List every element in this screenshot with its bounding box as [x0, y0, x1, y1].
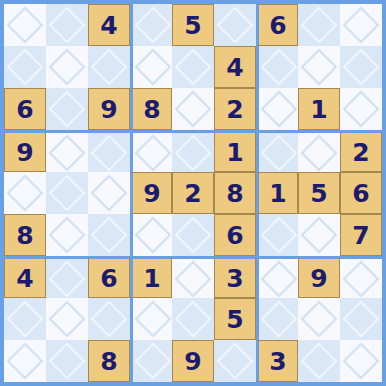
given-digit: 9 — [143, 181, 160, 206]
cell-r5c1[interactable] — [4, 172, 46, 214]
diamond-icon — [91, 217, 128, 254]
given-digit: 3 — [226, 266, 243, 291]
diamond-icon — [7, 49, 44, 86]
given-digit: 6 — [352, 181, 369, 206]
cell-r7c9[interactable] — [340, 256, 382, 298]
cell-r8c9[interactable] — [340, 298, 382, 340]
given-digit: 1 — [226, 140, 243, 165]
cell-r1c7: 6 — [256, 4, 298, 46]
cell-r9c8[interactable] — [298, 340, 340, 382]
cell-r3c4: 8 — [130, 88, 172, 130]
cell-r7c8: 9 — [298, 256, 340, 298]
diamond-icon — [301, 49, 338, 86]
cell-r6c7[interactable] — [256, 214, 298, 256]
diamond-icon — [175, 49, 212, 86]
cell-r6c2[interactable] — [46, 214, 88, 256]
diamond-icon — [343, 343, 380, 380]
diamond-icon — [91, 134, 128, 171]
diamond-icon — [134, 301, 171, 338]
cell-r7c5[interactable] — [172, 256, 214, 298]
cell-r2c5[interactable] — [172, 46, 214, 88]
cell-r7c4: 1 — [130, 256, 172, 298]
cell-r3c8: 1 — [298, 88, 340, 130]
cell-r1c9[interactable] — [340, 4, 382, 46]
diamond-icon — [49, 260, 86, 297]
given-digit: 3 — [269, 349, 286, 374]
cell-r6c9: 7 — [340, 214, 382, 256]
given-digit: 6 — [269, 13, 286, 38]
diamond-icon — [343, 301, 380, 338]
cell-r2c6: 4 — [214, 46, 256, 88]
diamond-icon — [49, 301, 86, 338]
diamond-icon — [91, 49, 128, 86]
cell-r1c2[interactable] — [46, 4, 88, 46]
given-digit: 8 — [143, 97, 160, 122]
diamond-icon — [175, 134, 212, 171]
diamond-icon — [260, 91, 297, 128]
diamond-icon — [260, 134, 297, 171]
cell-r5c8: 5 — [298, 172, 340, 214]
cell-r4c9: 2 — [340, 130, 382, 172]
diamond-icon — [49, 91, 86, 128]
cell-r5c4: 9 — [130, 172, 172, 214]
given-digit: 9 — [100, 97, 117, 122]
cell-r2c9[interactable] — [340, 46, 382, 88]
given-digit: 1 — [269, 181, 286, 206]
cell-r2c8[interactable] — [298, 46, 340, 88]
diamond-icon — [7, 301, 44, 338]
diamond-icon — [134, 49, 171, 86]
diamond-icon — [134, 217, 171, 254]
cell-r1c3: 4 — [88, 4, 130, 46]
cell-r6c1: 8 — [4, 214, 46, 256]
cell-r2c4[interactable] — [130, 46, 172, 88]
cell-r4c6: 1 — [214, 130, 256, 172]
given-digit: 1 — [310, 97, 327, 122]
diamond-icon — [134, 7, 171, 44]
cell-r5c3[interactable] — [88, 172, 130, 214]
given-digit: 5 — [310, 181, 327, 206]
cell-r7c6: 3 — [214, 256, 256, 298]
diamond-icon — [134, 343, 171, 380]
cell-r2c2[interactable] — [46, 46, 88, 88]
diamond-icon — [343, 260, 380, 297]
given-digit: 4 — [226, 55, 243, 80]
diamond-icon — [7, 175, 44, 212]
given-digit: 9 — [310, 266, 327, 291]
cell-r1c5: 5 — [172, 4, 214, 46]
cell-r8c1[interactable] — [4, 298, 46, 340]
given-digit: 2 — [352, 140, 369, 165]
diamond-icon — [343, 7, 380, 44]
cell-r3c9[interactable] — [340, 88, 382, 130]
cell-r3c7[interactable] — [256, 88, 298, 130]
given-digit: 9 — [184, 349, 201, 374]
cell-r8c3[interactable] — [88, 298, 130, 340]
diamond-icon — [301, 217, 338, 254]
cell-r4c1: 9 — [4, 130, 46, 172]
diamond-icon — [260, 301, 297, 338]
cell-r2c3[interactable] — [88, 46, 130, 88]
diamond-icon — [49, 134, 86, 171]
cell-r6c8[interactable] — [298, 214, 340, 256]
cell-r9c1[interactable] — [4, 340, 46, 382]
given-digit: 6 — [226, 223, 243, 248]
cell-r8c7[interactable] — [256, 298, 298, 340]
cell-r3c2[interactable] — [46, 88, 88, 130]
diamond-icon — [49, 7, 86, 44]
diamond-icon — [301, 343, 338, 380]
cell-r8c8[interactable] — [298, 298, 340, 340]
diamond-icon — [260, 260, 297, 297]
cell-r3c5[interactable] — [172, 88, 214, 130]
given-digit: 6 — [100, 266, 117, 291]
cell-r6c6: 6 — [214, 214, 256, 256]
diamond-icon — [301, 7, 338, 44]
cell-r4c5[interactable] — [172, 130, 214, 172]
cell-r9c5: 9 — [172, 340, 214, 382]
cell-r9c6[interactable] — [214, 340, 256, 382]
given-digit: 2 — [184, 181, 201, 206]
cell-r5c7: 1 — [256, 172, 298, 214]
given-digit: 7 — [352, 223, 369, 248]
diamond-icon — [7, 7, 44, 44]
cell-r8c4[interactable] — [130, 298, 172, 340]
cell-r7c7[interactable] — [256, 256, 298, 298]
diamond-icon — [343, 49, 380, 86]
given-digit: 2 — [226, 97, 243, 122]
cell-r7c3: 6 — [88, 256, 130, 298]
given-digit: 8 — [100, 349, 117, 374]
cell-r5c5: 2 — [172, 172, 214, 214]
cell-r4c4[interactable] — [130, 130, 172, 172]
cell-r5c2[interactable] — [46, 172, 88, 214]
diamond-icon — [49, 175, 86, 212]
cell-r6c4[interactable] — [130, 214, 172, 256]
cell-r9c9[interactable] — [340, 340, 382, 382]
diamond-icon — [175, 260, 212, 297]
given-digit: 4 — [16, 266, 33, 291]
cell-r8c5[interactable] — [172, 298, 214, 340]
diamond-icon — [260, 49, 297, 86]
diamond-icon — [91, 301, 128, 338]
cell-r9c4[interactable] — [130, 340, 172, 382]
cell-r7c2[interactable] — [46, 256, 88, 298]
given-digit: 8 — [16, 223, 33, 248]
cell-r2c7[interactable] — [256, 46, 298, 88]
diamond-icon — [49, 49, 86, 86]
cell-r4c3[interactable] — [88, 130, 130, 172]
cell-r3c1: 6 — [4, 88, 46, 130]
cell-r1c1[interactable] — [4, 4, 46, 46]
given-digit: 8 — [226, 181, 243, 206]
diamond-icon — [343, 91, 380, 128]
diamond-icon — [175, 301, 212, 338]
cell-r7c1: 4 — [4, 256, 46, 298]
cell-r1c6[interactable] — [214, 4, 256, 46]
cell-r8c6: 5 — [214, 298, 256, 340]
cell-r9c7: 3 — [256, 340, 298, 382]
cell-r9c2[interactable] — [46, 340, 88, 382]
diamond-icon — [49, 343, 86, 380]
given-digit: 5 — [184, 13, 201, 38]
diamond-icon — [175, 217, 212, 254]
diamond-icon — [7, 343, 44, 380]
cell-r5c6: 8 — [214, 172, 256, 214]
cell-r4c8[interactable] — [298, 130, 340, 172]
cell-r3c6: 2 — [214, 88, 256, 130]
cell-r1c4[interactable] — [130, 4, 172, 46]
diamond-icon — [49, 217, 86, 254]
cell-r1c8[interactable] — [298, 4, 340, 46]
diamond-icon — [260, 217, 297, 254]
cell-r4c7[interactable] — [256, 130, 298, 172]
sudoku-board: 456469821912928156867461395893 — [0, 0, 386, 386]
given-digit: 6 — [16, 97, 33, 122]
given-digit: 4 — [100, 13, 117, 38]
diamond-icon — [217, 7, 254, 44]
cell-r5c9: 6 — [340, 172, 382, 214]
cell-r6c5[interactable] — [172, 214, 214, 256]
cell-r2c1[interactable] — [4, 46, 46, 88]
given-digit: 1 — [143, 266, 160, 291]
cell-r9c3: 8 — [88, 340, 130, 382]
diamond-icon — [301, 301, 338, 338]
diamond-icon — [91, 175, 128, 212]
diamond-icon — [134, 134, 171, 171]
given-digit: 5 — [226, 307, 243, 332]
cell-r8c2[interactable] — [46, 298, 88, 340]
diamond-icon — [301, 134, 338, 171]
diamond-icon — [175, 91, 212, 128]
cell-r6c3[interactable] — [88, 214, 130, 256]
cell-r3c3: 9 — [88, 88, 130, 130]
given-digit: 9 — [16, 140, 33, 165]
diamond-icon — [217, 343, 254, 380]
cell-r4c2[interactable] — [46, 130, 88, 172]
